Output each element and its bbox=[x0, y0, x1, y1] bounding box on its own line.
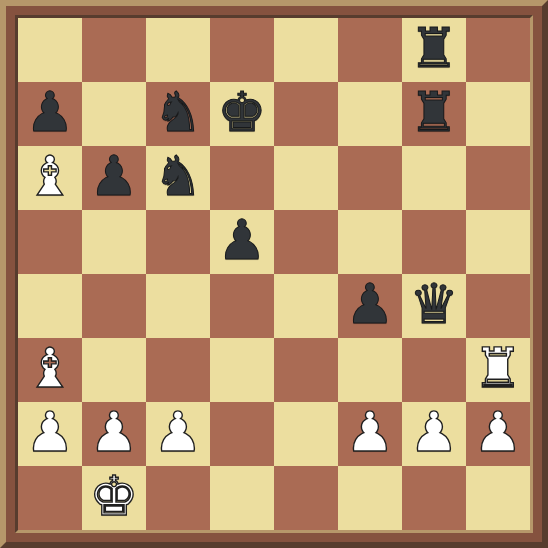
square-f2[interactable]: ♟ bbox=[338, 402, 402, 466]
square-b7[interactable] bbox=[82, 82, 146, 146]
black-king-d7[interactable]: ♚ bbox=[217, 80, 266, 144]
square-b3[interactable] bbox=[82, 338, 146, 402]
square-h7[interactable] bbox=[466, 82, 530, 146]
square-g7[interactable]: ♜ bbox=[402, 82, 466, 146]
black-pawn-a7[interactable]: ♟ bbox=[25, 80, 74, 144]
board-frame: ♜♟♞♚♜♝♟♞♟♟♛♝♜♟♟♟♟♟♟♚ bbox=[6, 6, 542, 542]
square-f8[interactable] bbox=[338, 18, 402, 82]
square-b5[interactable] bbox=[82, 210, 146, 274]
square-a5[interactable] bbox=[18, 210, 82, 274]
square-a7[interactable]: ♟ bbox=[18, 82, 82, 146]
square-f6[interactable] bbox=[338, 146, 402, 210]
square-a4[interactable] bbox=[18, 274, 82, 338]
square-g6[interactable] bbox=[402, 146, 466, 210]
square-b1[interactable]: ♚ bbox=[82, 466, 146, 530]
white-pawn-g2[interactable]: ♟ bbox=[409, 400, 458, 464]
square-f4[interactable]: ♟ bbox=[338, 274, 402, 338]
square-d3[interactable] bbox=[210, 338, 274, 402]
square-b6[interactable]: ♟ bbox=[82, 146, 146, 210]
black-pawn-b6[interactable]: ♟ bbox=[89, 144, 138, 208]
square-g4[interactable]: ♛ bbox=[402, 274, 466, 338]
black-rook-g7[interactable]: ♜ bbox=[409, 80, 458, 144]
square-a3[interactable]: ♝ bbox=[18, 338, 82, 402]
square-h2[interactable]: ♟ bbox=[466, 402, 530, 466]
square-c1[interactable] bbox=[146, 466, 210, 530]
black-queen-g4[interactable]: ♛ bbox=[409, 272, 458, 336]
square-c3[interactable] bbox=[146, 338, 210, 402]
square-d7[interactable]: ♚ bbox=[210, 82, 274, 146]
chess-board[interactable]: ♜♟♞♚♜♝♟♞♟♟♛♝♜♟♟♟♟♟♟♚ bbox=[18, 18, 530, 530]
square-a2[interactable]: ♟ bbox=[18, 402, 82, 466]
white-king-b1[interactable]: ♚ bbox=[89, 464, 138, 528]
square-h6[interactable] bbox=[466, 146, 530, 210]
board-frame-inner-bevel: ♜♟♞♚♜♝♟♞♟♟♛♝♜♟♟♟♟♟♟♚ bbox=[15, 15, 533, 533]
square-e8[interactable] bbox=[274, 18, 338, 82]
black-knight-c7[interactable]: ♞ bbox=[153, 80, 202, 144]
square-c2[interactable]: ♟ bbox=[146, 402, 210, 466]
white-pawn-h2[interactable]: ♟ bbox=[473, 400, 522, 464]
square-e6[interactable] bbox=[274, 146, 338, 210]
square-c6[interactable]: ♞ bbox=[146, 146, 210, 210]
white-bishop-a6[interactable]: ♝ bbox=[25, 144, 74, 208]
square-d8[interactable] bbox=[210, 18, 274, 82]
black-pawn-d5[interactable]: ♟ bbox=[217, 208, 266, 272]
square-f5[interactable] bbox=[338, 210, 402, 274]
square-e4[interactable] bbox=[274, 274, 338, 338]
square-a6[interactable]: ♝ bbox=[18, 146, 82, 210]
board-frame-outer-bevel: ♜♟♞♚♜♝♟♞♟♟♛♝♜♟♟♟♟♟♟♚ bbox=[0, 0, 548, 548]
square-h4[interactable] bbox=[466, 274, 530, 338]
white-pawn-b2[interactable]: ♟ bbox=[89, 400, 138, 464]
black-pawn-f4[interactable]: ♟ bbox=[345, 272, 394, 336]
square-b4[interactable] bbox=[82, 274, 146, 338]
square-g5[interactable] bbox=[402, 210, 466, 274]
square-c5[interactable] bbox=[146, 210, 210, 274]
square-f7[interactable] bbox=[338, 82, 402, 146]
white-rook-h3[interactable]: ♜ bbox=[473, 336, 522, 400]
square-c4[interactable] bbox=[146, 274, 210, 338]
black-rook-g8[interactable]: ♜ bbox=[409, 16, 458, 80]
square-c8[interactable] bbox=[146, 18, 210, 82]
square-b8[interactable] bbox=[82, 18, 146, 82]
square-c7[interactable]: ♞ bbox=[146, 82, 210, 146]
square-d1[interactable] bbox=[210, 466, 274, 530]
square-g3[interactable] bbox=[402, 338, 466, 402]
square-d4[interactable] bbox=[210, 274, 274, 338]
square-a8[interactable] bbox=[18, 18, 82, 82]
square-g2[interactable]: ♟ bbox=[402, 402, 466, 466]
white-pawn-a2[interactable]: ♟ bbox=[25, 400, 74, 464]
square-e1[interactable] bbox=[274, 466, 338, 530]
white-bishop-a3[interactable]: ♝ bbox=[25, 336, 74, 400]
square-h8[interactable] bbox=[466, 18, 530, 82]
square-b2[interactable]: ♟ bbox=[82, 402, 146, 466]
square-f3[interactable] bbox=[338, 338, 402, 402]
square-e3[interactable] bbox=[274, 338, 338, 402]
black-knight-c6[interactable]: ♞ bbox=[153, 144, 202, 208]
square-h5[interactable] bbox=[466, 210, 530, 274]
square-d2[interactable] bbox=[210, 402, 274, 466]
white-pawn-c2[interactable]: ♟ bbox=[153, 400, 202, 464]
square-e5[interactable] bbox=[274, 210, 338, 274]
square-d6[interactable] bbox=[210, 146, 274, 210]
white-pawn-f2[interactable]: ♟ bbox=[345, 400, 394, 464]
square-f1[interactable] bbox=[338, 466, 402, 530]
square-h3[interactable]: ♜ bbox=[466, 338, 530, 402]
square-d5[interactable]: ♟ bbox=[210, 210, 274, 274]
square-a1[interactable] bbox=[18, 466, 82, 530]
square-e7[interactable] bbox=[274, 82, 338, 146]
square-g8[interactable]: ♜ bbox=[402, 18, 466, 82]
square-g1[interactable] bbox=[402, 466, 466, 530]
square-e2[interactable] bbox=[274, 402, 338, 466]
square-h1[interactable] bbox=[466, 466, 530, 530]
